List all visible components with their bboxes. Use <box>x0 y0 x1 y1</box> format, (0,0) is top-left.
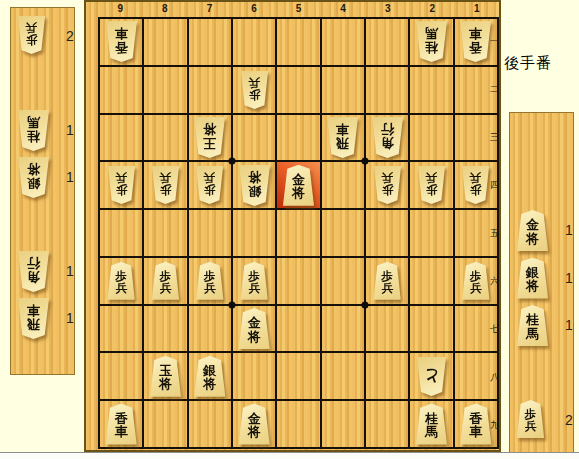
piece-kanji: 銀 <box>526 266 539 280</box>
piece-kanji: 行 <box>27 257 40 271</box>
piece-kanji: 角 <box>27 271 40 285</box>
board-square[interactable]: 金将 <box>233 401 275 447</box>
piece-kanji: 車 <box>27 304 40 318</box>
piece-kanji: 銀 <box>27 177 40 191</box>
board-square[interactable]: 歩兵 <box>144 258 186 304</box>
board-square[interactable]: 歩兵 <box>233 67 275 113</box>
rank-label: 六 <box>488 257 501 305</box>
board-square[interactable] <box>189 210 231 256</box>
piece-kanji: 金 <box>292 173 305 187</box>
board-square[interactable] <box>410 67 452 113</box>
piece-pawn[interactable]: 歩兵 <box>17 16 46 54</box>
piece-kanji: 歩 <box>115 270 127 282</box>
board-square[interactable] <box>366 67 408 113</box>
piece-kanji: 将 <box>526 232 539 246</box>
piece-kanji: 歩 <box>470 270 482 282</box>
board-square[interactable] <box>277 353 319 399</box>
piece-pawn[interactable]: 歩兵 <box>107 166 136 204</box>
gote-hand-slot: 歩兵2 <box>17 16 46 54</box>
board-square[interactable]: 銀将 <box>233 162 275 208</box>
board-square[interactable]: 歩兵 <box>100 162 142 208</box>
board-square[interactable] <box>144 19 186 65</box>
piece-kanji: 将 <box>248 171 261 185</box>
board-square[interactable]: と <box>410 353 452 399</box>
piece-kanji: 王 <box>203 136 216 150</box>
hand-count: 1 <box>58 263 82 279</box>
piece-kanji: 兵 <box>160 172 172 184</box>
piece-kanji: 馬 <box>526 327 539 341</box>
rank-label: 七 <box>488 305 501 353</box>
board-square[interactable] <box>277 401 319 447</box>
piece-kanji: 銀 <box>203 364 216 378</box>
file-label: 6 <box>232 2 277 16</box>
piece-kanji: 香 <box>115 41 128 55</box>
file-label: 4 <box>321 2 366 16</box>
piece-kanji: 歩 <box>160 270 172 282</box>
piece-silver[interactable]: 銀将 <box>17 157 50 198</box>
piece-pawn[interactable]: 歩兵 <box>151 262 180 300</box>
board-square[interactable] <box>410 115 452 161</box>
board-square[interactable] <box>410 306 452 352</box>
sente-hand-slot: 桂馬1 <box>516 305 549 346</box>
piece-kanji: 兵 <box>160 282 172 294</box>
piece-kanji: 行 <box>381 123 394 137</box>
board-square[interactable]: 桂馬 <box>410 401 452 447</box>
board-square[interactable] <box>277 19 319 65</box>
file-labels: 987654321 <box>98 2 499 16</box>
board-square[interactable] <box>233 19 275 65</box>
piece-kanji: 角 <box>381 136 394 150</box>
piece-king[interactable]: 王将 <box>193 117 226 158</box>
board-square[interactable] <box>322 19 364 65</box>
piece-kanji: 歩 <box>248 89 260 101</box>
piece-kanji: 兵 <box>381 282 393 294</box>
piece-kanji: 兵 <box>248 282 260 294</box>
board-square[interactable] <box>322 210 364 256</box>
piece-kanji: 将 <box>248 330 261 344</box>
piece-knight[interactable]: 桂馬 <box>415 21 448 62</box>
piece-kanji: 車 <box>115 27 128 41</box>
piece-kanji: 歩 <box>470 184 482 196</box>
piece-kanji: 将 <box>248 425 261 439</box>
file-label: 8 <box>143 2 188 16</box>
board-square[interactable]: 角行 <box>366 115 408 161</box>
hand-count: 1 <box>557 270 579 286</box>
piece-kanji: 金 <box>248 316 261 330</box>
board-square[interactable]: 歩兵 <box>366 162 408 208</box>
piece-knight[interactable]: 桂馬 <box>516 305 549 346</box>
star-point <box>362 158 369 165</box>
sente-hand-slot: 金将1 <box>516 210 549 251</box>
board-square[interactable] <box>322 401 364 447</box>
piece-pawn[interactable]: 歩兵 <box>240 262 269 300</box>
piece-kanji: 歩 <box>248 270 260 282</box>
board-square[interactable] <box>366 353 408 399</box>
piece-gold[interactable]: 金将 <box>238 404 271 445</box>
board-square[interactable] <box>277 115 319 161</box>
piece-silver[interactable]: 銀将 <box>193 356 226 397</box>
rank-label: 九 <box>488 401 501 449</box>
piece-kanji: 歩 <box>204 270 216 282</box>
piece-gold[interactable]: 金将 <box>516 210 549 251</box>
rank-label: 四 <box>488 161 501 209</box>
board-square[interactable]: 金将 <box>233 306 275 352</box>
piece-kanji: 兵 <box>115 282 127 294</box>
piece-kanji: 玉 <box>159 364 172 378</box>
piece-pawn[interactable]: 歩兵 <box>151 166 180 204</box>
piece-pawn[interactable]: 歩兵 <box>240 71 269 109</box>
hand-count: 1 <box>557 222 579 238</box>
piece-pawn[interactable]: 歩兵 <box>461 262 490 300</box>
board-square[interactable] <box>277 210 319 256</box>
board-square[interactable] <box>366 401 408 447</box>
window-edge <box>0 452 579 459</box>
piece-bishop[interactable]: 角行 <box>17 251 50 292</box>
piece-kanji: 歩 <box>381 184 393 196</box>
rank-label: 一 <box>488 17 501 65</box>
board-square[interactable] <box>100 67 142 113</box>
piece-silver[interactable]: 銀将 <box>516 258 549 299</box>
file-label: 9 <box>98 2 143 16</box>
piece-kanji: 歩 <box>115 184 127 196</box>
hand-count: 1 <box>557 317 579 333</box>
piece-kanji: 車 <box>469 27 482 41</box>
piece-kanji: 飛 <box>27 318 40 332</box>
hand-count: 2 <box>557 412 579 428</box>
piece-kanji: 将 <box>203 377 216 391</box>
board-square[interactable] <box>322 306 364 352</box>
piece-pawn[interactable]: 歩兵 <box>461 166 490 204</box>
piece-kanji: 将 <box>203 123 216 137</box>
piece-lance[interactable]: 香車 <box>105 21 138 62</box>
piece-kanji: 兵 <box>525 420 537 432</box>
board-square[interactable] <box>366 306 408 352</box>
piece-kanji: 兵 <box>115 172 127 184</box>
piece-kanji: 車 <box>469 425 482 439</box>
board-square[interactable] <box>100 306 142 352</box>
piece-kanji: 馬 <box>27 116 40 130</box>
gote-hand-slot: 飛車1 <box>17 298 50 339</box>
board-square[interactable] <box>410 258 452 304</box>
file-label: 5 <box>276 2 321 16</box>
turn-indicator: 後手番 <box>504 54 576 73</box>
board-square[interactable]: 歩兵 <box>366 258 408 304</box>
rank-label: 五 <box>488 209 501 257</box>
rank-label: 二 <box>488 65 501 113</box>
piece-kanji: 歩 <box>381 270 393 282</box>
hand-count: 1 <box>58 122 82 138</box>
piece-kanji: 兵 <box>470 282 482 294</box>
piece-kanji: 金 <box>248 412 261 426</box>
piece-kanji: 歩 <box>426 184 438 196</box>
shogi-board: 987654321 香車桂馬香車歩兵王将飛車角行歩兵歩兵歩兵銀将金将歩兵歩兵歩兵… <box>84 0 501 452</box>
board-square[interactable] <box>322 162 364 208</box>
board-square[interactable]: 桂馬 <box>410 19 452 65</box>
sente-hand-slot: 銀将1 <box>516 258 549 299</box>
piece-kanji: 桂 <box>425 41 438 55</box>
board-square[interactable] <box>366 19 408 65</box>
board-square[interactable]: 歩兵 <box>144 162 186 208</box>
piece-kanji: 歩 <box>204 184 216 196</box>
board-square[interactable] <box>189 306 231 352</box>
piece-lance[interactable]: 香車 <box>105 404 138 445</box>
piece-kanji: 金 <box>526 218 539 232</box>
piece-gold[interactable]: 金将 <box>238 308 271 349</box>
board-square[interactable] <box>233 353 275 399</box>
board-square[interactable]: 香車 <box>100 19 142 65</box>
piece-bishop[interactable]: 角行 <box>371 117 404 158</box>
piece-pawn[interactable]: 歩兵 <box>417 166 446 204</box>
board-square[interactable] <box>322 67 364 113</box>
board-square[interactable] <box>277 67 319 113</box>
board-square[interactable]: 歩兵 <box>410 162 452 208</box>
piece-kanji: 馬 <box>425 425 438 439</box>
piece-kanji: 車 <box>115 425 128 439</box>
board-square[interactable] <box>277 258 319 304</box>
piece-kanji: 銀 <box>248 184 261 198</box>
piece-kanji: 歩 <box>525 408 537 420</box>
board-square[interactable] <box>277 306 319 352</box>
piece-kanji: 将 <box>526 279 539 293</box>
board-square[interactable] <box>322 258 364 304</box>
piece-kanji: 桂 <box>425 412 438 426</box>
piece-kanji: 桂 <box>27 130 40 144</box>
board-square[interactable]: 歩兵 <box>100 258 142 304</box>
gote-hand-slot: 銀将1 <box>17 157 50 198</box>
piece-kanji: 兵 <box>381 172 393 184</box>
board-square[interactable]: 歩兵 <box>233 258 275 304</box>
hand-count: 1 <box>58 169 82 185</box>
piece-kanji: 歩 <box>160 184 172 196</box>
piece-kanji: 兵 <box>204 282 216 294</box>
gote-hand-slot: 角行1 <box>17 251 50 292</box>
board-square[interactable] <box>144 210 186 256</box>
hand-count: 2 <box>58 28 82 44</box>
gote-hand-stand: 歩兵2桂馬1銀将1角行1飛車1 <box>10 7 75 375</box>
board-square[interactable] <box>144 401 186 447</box>
shogi-app: 歩兵2桂馬1銀将1角行1飛車1 987654321 香車桂馬香車歩兵王将飛車角行… <box>0 0 579 459</box>
piece-pawn[interactable]: 歩兵 <box>107 262 136 300</box>
star-point <box>362 302 369 309</box>
sente-hand-stand: 金将1銀将1桂馬1歩兵2 <box>509 112 574 453</box>
piece-rook[interactable]: 飛車 <box>326 117 359 158</box>
rank-label: 八 <box>488 353 501 401</box>
piece-pawn[interactable]: 歩兵 <box>373 166 402 204</box>
piece-pawn[interactable]: 歩兵 <box>373 262 402 300</box>
piece-rook[interactable]: 飛車 <box>17 298 50 339</box>
board-square[interactable] <box>233 210 275 256</box>
piece-kanji: 将 <box>27 163 40 177</box>
board-grid: 香車桂馬香車歩兵王将飛車角行歩兵歩兵歩兵銀将金将歩兵歩兵歩兵歩兵歩兵歩兵歩兵歩兵… <box>98 17 499 449</box>
file-label: 2 <box>410 2 455 16</box>
board-square[interactable] <box>322 353 364 399</box>
file-label: 7 <box>187 2 232 16</box>
piece-kanji: 兵 <box>248 77 260 89</box>
piece-silver[interactable]: 銀将 <box>238 165 271 206</box>
board-square[interactable] <box>410 210 452 256</box>
star-point <box>229 302 236 309</box>
piece-king[interactable]: 玉将 <box>149 356 182 397</box>
star-point <box>229 158 236 165</box>
hand-count: 1 <box>58 310 82 326</box>
rank-labels: 一二三四五六七八九 <box>488 17 501 449</box>
sente-hand-slot: 歩兵2 <box>516 400 545 438</box>
piece-kanji: 兵 <box>426 172 438 184</box>
piece-pawn[interactable]: 歩兵 <box>195 166 224 204</box>
board-square[interactable] <box>366 210 408 256</box>
file-label: 3 <box>365 2 410 16</box>
piece-pawn[interactable]: 歩兵 <box>516 400 545 438</box>
piece-tokin[interactable]: と <box>416 357 447 396</box>
board-square[interactable] <box>100 210 142 256</box>
piece-gold[interactable]: 金将 <box>282 165 315 206</box>
board-square[interactable] <box>189 401 231 447</box>
board-square[interactable] <box>144 306 186 352</box>
board-square[interactable] <box>233 115 275 161</box>
board-square[interactable]: 金将 <box>277 162 319 208</box>
piece-knight[interactable]: 桂馬 <box>17 110 50 151</box>
board-square[interactable]: 飛車 <box>322 115 364 161</box>
file-label: 1 <box>455 2 500 16</box>
piece-kanji: 香 <box>469 41 482 55</box>
piece-kanji: 兵 <box>470 172 482 184</box>
board-square[interactable]: 王将 <box>189 115 231 161</box>
rank-label: 三 <box>488 113 501 161</box>
piece-kanji: 桂 <box>526 313 539 327</box>
piece-kanji: と <box>423 368 439 384</box>
piece-kanji: 馬 <box>425 27 438 41</box>
board-square[interactable]: 香車 <box>100 401 142 447</box>
board-square[interactable]: 歩兵 <box>189 162 231 208</box>
piece-kanji: 兵 <box>26 22 38 34</box>
piece-kanji: 将 <box>292 186 305 200</box>
piece-knight[interactable]: 桂馬 <box>415 404 448 445</box>
board-square[interactable] <box>189 19 231 65</box>
piece-kanji: 香 <box>115 412 128 426</box>
board-square[interactable]: 歩兵 <box>189 258 231 304</box>
piece-kanji: 歩 <box>26 34 38 46</box>
piece-kanji: 飛 <box>336 136 349 150</box>
board-square[interactable] <box>144 67 186 113</box>
piece-pawn[interactable]: 歩兵 <box>195 262 224 300</box>
piece-kanji: 将 <box>159 377 172 391</box>
piece-kanji: 兵 <box>204 172 216 184</box>
piece-kanji: 車 <box>336 123 349 137</box>
board-square[interactable] <box>100 115 142 161</box>
board-square[interactable]: 銀将 <box>189 353 231 399</box>
board-square[interactable]: 玉将 <box>144 353 186 399</box>
board-square[interactable] <box>189 67 231 113</box>
piece-kanji: 香 <box>469 412 482 426</box>
board-square[interactable] <box>144 115 186 161</box>
gote-hand-slot: 桂馬1 <box>17 110 50 151</box>
board-square[interactable] <box>100 353 142 399</box>
